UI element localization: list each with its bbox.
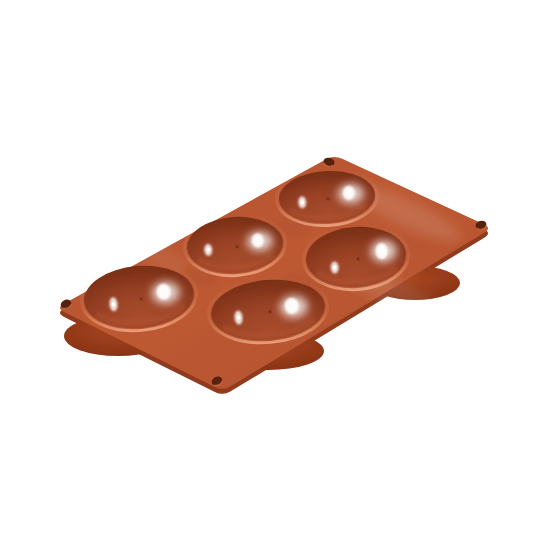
mould-illustration (0, 0, 550, 550)
product-photo: Terracotta-red flexible silicone baking … (0, 0, 550, 550)
